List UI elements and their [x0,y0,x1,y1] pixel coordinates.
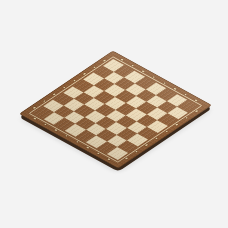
playing-field [32,59,197,160]
frame-dot [32,106,35,108]
frame-dot [52,93,55,95]
frame-dot [134,150,137,152]
frame-dot [195,110,198,112]
frame-dot [43,123,46,125]
frame-dot [54,129,57,131]
frame-dot [124,157,127,159]
frame-dot [92,66,95,68]
frame-dot [174,123,177,125]
frame-dot [152,76,155,78]
frame-dot [102,59,105,61]
frame-dot [62,86,65,88]
chess-board [18,50,212,168]
frame-dot [183,93,186,95]
frame-dot [42,100,45,102]
frame-dot [162,81,165,83]
frame-dot [96,152,99,154]
frame-dot [173,87,176,89]
frame-dot [72,79,75,81]
frame-dot [120,58,123,60]
frame-dot [141,70,144,72]
frame-dot [154,137,157,139]
frame-dot [75,140,78,142]
frame-dot [64,134,67,136]
frame-dot [86,146,89,148]
frame-dot [164,130,167,132]
frame-dot [194,99,197,101]
frame-dot [130,64,133,66]
frame-dot [33,117,36,119]
frame-dot [107,158,110,160]
frame-dot [82,72,85,74]
frame-dot [144,143,147,145]
frame-dot [185,116,188,118]
product-photo-background [0,0,228,228]
